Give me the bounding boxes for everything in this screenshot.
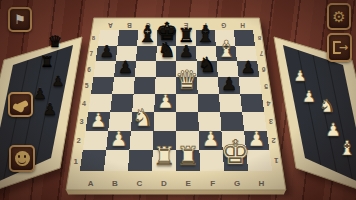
square-h4[interactable] — [240, 94, 264, 112]
board-coordinate-label: E — [186, 179, 192, 188]
board-coordinate-label: 6 — [262, 66, 266, 73]
square-g4[interactable] — [219, 94, 242, 112]
piece-black-knight-f6[interactable]: ♞ — [198, 55, 217, 76]
board-coordinate-label: H — [259, 179, 265, 188]
board-coordinate-label: 3 — [269, 117, 273, 126]
piece-black-pawn-a7[interactable]: ♟ — [99, 44, 114, 60]
board-coordinate-label: B — [112, 179, 118, 188]
emote-face-icon — [15, 151, 30, 166]
board-coordinate-label: A — [88, 179, 94, 188]
board-coordinate-label: 2 — [77, 136, 81, 145]
flag-icon: ⚑ — [14, 12, 26, 27]
captured-black-rook[interactable]: ♜ — [40, 55, 53, 70]
piece-white-pawn-f2[interactable]: ♟ — [201, 129, 219, 149]
square-f4[interactable] — [198, 94, 221, 112]
gear-icon: ⚙ — [332, 8, 345, 26]
square-c1[interactable] — [128, 150, 153, 171]
piece-white-bishop-g7[interactable]: ♝ — [216, 37, 237, 60]
square-b5[interactable] — [112, 77, 135, 94]
board-coordinate-label: G — [234, 179, 240, 188]
square-g3[interactable] — [220, 112, 244, 131]
board-coordinate-label: H — [240, 22, 245, 29]
piece-white-rook-d1[interactable]: ♜ — [153, 144, 176, 170]
board-coordinate-label: 5 — [264, 83, 268, 90]
piece-black-pawn-g5[interactable]: ♟ — [221, 75, 237, 93]
board-coordinate-label: A — [108, 22, 113, 29]
square-f5[interactable] — [197, 77, 219, 94]
piece-white-pawn-a3[interactable]: ♟ — [89, 110, 106, 129]
square-a1[interactable] — [80, 150, 106, 171]
board-coordinate-label: 4 — [266, 99, 270, 107]
board-coordinate-label: 3 — [79, 117, 83, 126]
board-coordinate-label: 4 — [82, 100, 86, 108]
square-b8[interactable] — [117, 30, 138, 46]
square-c5[interactable] — [134, 77, 156, 94]
square-b1[interactable] — [104, 150, 130, 171]
exit-arrow-icon: → — [339, 40, 348, 53]
square-e4[interactable] — [176, 94, 198, 112]
captured-white-knight[interactable]: ♞ — [319, 97, 335, 115]
square-a5[interactable] — [91, 77, 114, 94]
captured-white-pawn[interactable]: ♟ — [302, 89, 316, 105]
exit-button[interactable]: → — [327, 33, 352, 62]
piece-white-king-g1[interactable]: ♚ — [220, 136, 250, 170]
square-c2[interactable] — [129, 131, 153, 151]
board-coordinate-label: D — [161, 179, 167, 188]
resign-button[interactable]: ⚑ — [8, 7, 32, 32]
chess-app-screen: AABBCCDDEEFFGGHH8877665544332211 ♝♚♜♝♟♞♟… — [0, 0, 356, 200]
piece-black-bishop-f8[interactable]: ♝ — [195, 21, 216, 44]
square-c6[interactable] — [135, 61, 156, 77]
square-e3[interactable] — [176, 112, 199, 131]
board-coordinate-label: G — [221, 22, 226, 29]
square-c7[interactable] — [136, 46, 157, 62]
piece-black-knight-d7[interactable]: ♞ — [157, 40, 175, 60]
square-a2[interactable] — [83, 131, 108, 151]
piece-white-pawn-b2[interactable]: ♟ — [110, 129, 128, 149]
square-d6[interactable] — [156, 61, 177, 77]
captured-black-pawn[interactable]: ♟ — [43, 102, 57, 118]
piece-white-knight-c3[interactable]: ♞ — [132, 105, 154, 129]
piece-white-pawn-d4[interactable]: ♟ — [157, 92, 174, 111]
square-h5[interactable] — [239, 77, 262, 94]
emote-button[interactable] — [9, 145, 35, 172]
piece-white-rook-e1[interactable]: ♜ — [176, 144, 199, 170]
square-d3[interactable] — [154, 112, 177, 131]
captured-white-pawn[interactable]: ♟ — [293, 69, 306, 84]
square-h8[interactable] — [234, 30, 255, 46]
board-coordinate-label: F — [210, 179, 215, 188]
board-coordinate-label: 2 — [271, 136, 275, 145]
captured-white-bishop[interactable]: ♝ — [338, 138, 356, 158]
board-coordinate-label: C — [136, 179, 142, 188]
square-a6[interactable] — [93, 61, 115, 77]
piece-black-pawn-e7[interactable]: ♟ — [179, 44, 194, 60]
board-coordinate-label: 7 — [89, 50, 93, 57]
piece-black-pawn-h6[interactable]: ♟ — [240, 59, 255, 76]
board-coordinate-label: B — [127, 22, 132, 29]
offer-draw-button[interactable] — [8, 92, 33, 117]
captured-black-pawn[interactable]: ♟ — [52, 74, 65, 88]
board-coordinate-label: 7 — [259, 50, 263, 57]
piece-black-pawn-b6[interactable]: ♟ — [118, 59, 133, 76]
piece-white-queen-e5[interactable]: ♛ — [175, 67, 199, 93]
board-coordinate-label: 1 — [274, 156, 279, 165]
board-coordinate-label: 5 — [85, 82, 89, 89]
captured-black-queen[interactable]: ♛ — [48, 34, 62, 50]
board-coordinate-label: 1 — [74, 157, 79, 166]
square-b4[interactable] — [110, 94, 133, 112]
board-coordinate-label: 6 — [87, 66, 91, 73]
settings-button[interactable]: ⚙ — [327, 3, 351, 30]
